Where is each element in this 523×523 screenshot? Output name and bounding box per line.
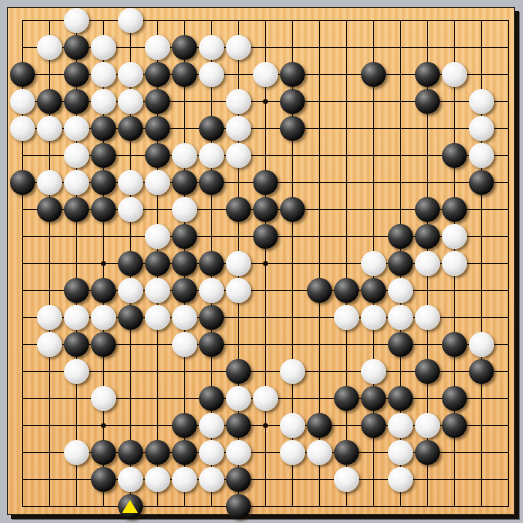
black-stone bbox=[361, 386, 386, 411]
black-stone bbox=[118, 440, 143, 465]
black-stone bbox=[91, 116, 116, 141]
black-stone bbox=[172, 224, 197, 249]
black-stone bbox=[280, 197, 305, 222]
grid-line bbox=[346, 20, 347, 507]
white-stone bbox=[64, 170, 89, 195]
white-stone bbox=[145, 278, 170, 303]
white-stone bbox=[64, 359, 89, 384]
white-stone bbox=[388, 305, 413, 330]
white-stone bbox=[226, 386, 251, 411]
white-stone bbox=[415, 413, 440, 438]
black-stone bbox=[388, 332, 413, 357]
white-stone bbox=[442, 251, 467, 276]
star-point bbox=[263, 261, 268, 266]
white-stone bbox=[172, 305, 197, 330]
black-stone bbox=[388, 251, 413, 276]
white-stone bbox=[469, 116, 494, 141]
star-point bbox=[263, 99, 268, 104]
black-stone bbox=[37, 89, 62, 114]
star-point bbox=[101, 261, 106, 266]
white-stone bbox=[307, 440, 332, 465]
white-stone bbox=[118, 89, 143, 114]
white-stone bbox=[280, 359, 305, 384]
white-stone bbox=[388, 413, 413, 438]
black-stone bbox=[172, 278, 197, 303]
black-stone bbox=[64, 35, 89, 60]
black-stone bbox=[91, 278, 116, 303]
white-stone bbox=[334, 305, 359, 330]
white-stone bbox=[388, 440, 413, 465]
black-stone bbox=[64, 278, 89, 303]
black-stone bbox=[415, 440, 440, 465]
white-stone bbox=[118, 62, 143, 87]
white-stone bbox=[469, 332, 494, 357]
black-stone bbox=[361, 413, 386, 438]
black-stone bbox=[334, 278, 359, 303]
black-stone bbox=[415, 62, 440, 87]
black-stone bbox=[469, 170, 494, 195]
white-stone bbox=[37, 305, 62, 330]
white-stone bbox=[442, 224, 467, 249]
white-stone bbox=[199, 143, 224, 168]
white-stone bbox=[145, 35, 170, 60]
black-stone bbox=[226, 413, 251, 438]
white-stone bbox=[226, 89, 251, 114]
black-stone bbox=[91, 440, 116, 465]
white-stone bbox=[199, 278, 224, 303]
black-stone bbox=[226, 467, 251, 492]
white-stone bbox=[199, 413, 224, 438]
star-point bbox=[101, 423, 106, 428]
black-stone bbox=[172, 413, 197, 438]
white-stone bbox=[469, 143, 494, 168]
black-stone bbox=[199, 386, 224, 411]
black-stone bbox=[334, 386, 359, 411]
black-stone bbox=[415, 224, 440, 249]
white-stone bbox=[226, 278, 251, 303]
black-stone bbox=[91, 467, 116, 492]
white-stone bbox=[91, 89, 116, 114]
black-stone bbox=[442, 332, 467, 357]
black-stone bbox=[415, 197, 440, 222]
white-stone bbox=[199, 467, 224, 492]
go-board[interactable] bbox=[7, 7, 515, 515]
black-stone bbox=[469, 359, 494, 384]
white-stone bbox=[199, 35, 224, 60]
white-stone bbox=[253, 62, 278, 87]
black-stone bbox=[388, 386, 413, 411]
white-stone bbox=[442, 62, 467, 87]
black-stone bbox=[172, 62, 197, 87]
black-stone bbox=[199, 251, 224, 276]
black-stone bbox=[199, 170, 224, 195]
white-stone bbox=[226, 116, 251, 141]
white-stone bbox=[64, 305, 89, 330]
white-stone bbox=[118, 8, 143, 33]
white-stone bbox=[361, 359, 386, 384]
black-stone bbox=[415, 359, 440, 384]
black-stone bbox=[10, 170, 35, 195]
grid-line bbox=[508, 20, 509, 507]
black-stone bbox=[361, 278, 386, 303]
white-stone bbox=[145, 224, 170, 249]
white-stone bbox=[172, 332, 197, 357]
black-stone bbox=[172, 440, 197, 465]
black-stone bbox=[361, 62, 386, 87]
white-stone bbox=[145, 467, 170, 492]
black-stone bbox=[199, 116, 224, 141]
grid-line bbox=[22, 506, 509, 507]
white-stone bbox=[118, 170, 143, 195]
white-stone bbox=[199, 62, 224, 87]
star-point bbox=[263, 423, 268, 428]
black-stone bbox=[307, 413, 332, 438]
black-stone bbox=[199, 332, 224, 357]
white-stone bbox=[91, 35, 116, 60]
white-stone bbox=[91, 305, 116, 330]
black-stone bbox=[145, 116, 170, 141]
black-stone bbox=[64, 62, 89, 87]
white-stone bbox=[118, 278, 143, 303]
black-stone bbox=[145, 89, 170, 114]
black-stone bbox=[91, 170, 116, 195]
white-stone bbox=[64, 116, 89, 141]
white-stone bbox=[118, 467, 143, 492]
black-stone bbox=[253, 197, 278, 222]
white-stone bbox=[388, 467, 413, 492]
white-stone bbox=[469, 89, 494, 114]
white-stone bbox=[172, 197, 197, 222]
white-stone bbox=[10, 89, 35, 114]
black-stone bbox=[334, 440, 359, 465]
white-stone bbox=[361, 305, 386, 330]
black-stone bbox=[64, 332, 89, 357]
black-stone bbox=[415, 89, 440, 114]
white-stone bbox=[64, 143, 89, 168]
screenshot-root: { "game": "go", "board_size": 19, "posit… bbox=[0, 0, 523, 523]
black-stone bbox=[199, 305, 224, 330]
black-stone bbox=[91, 143, 116, 168]
white-stone bbox=[226, 251, 251, 276]
white-stone bbox=[334, 467, 359, 492]
black-stone bbox=[226, 359, 251, 384]
black-stone bbox=[118, 116, 143, 141]
black-stone bbox=[10, 62, 35, 87]
black-stone bbox=[145, 251, 170, 276]
white-stone bbox=[64, 440, 89, 465]
white-stone bbox=[226, 143, 251, 168]
white-stone bbox=[172, 467, 197, 492]
white-stone bbox=[118, 197, 143, 222]
white-stone bbox=[415, 251, 440, 276]
black-stone bbox=[64, 89, 89, 114]
white-stone bbox=[91, 386, 116, 411]
white-stone bbox=[253, 386, 278, 411]
white-stone bbox=[226, 35, 251, 60]
white-stone bbox=[280, 440, 305, 465]
black-stone bbox=[91, 332, 116, 357]
white-stone bbox=[37, 170, 62, 195]
black-stone bbox=[307, 278, 332, 303]
black-stone bbox=[442, 143, 467, 168]
black-stone bbox=[145, 440, 170, 465]
black-stone bbox=[118, 251, 143, 276]
black-stone bbox=[172, 35, 197, 60]
black-stone bbox=[280, 62, 305, 87]
black-stone bbox=[280, 116, 305, 141]
white-stone bbox=[172, 143, 197, 168]
black-stone bbox=[226, 197, 251, 222]
black-stone bbox=[91, 197, 116, 222]
white-stone bbox=[37, 116, 62, 141]
black-stone bbox=[145, 62, 170, 87]
black-stone bbox=[226, 494, 251, 519]
black-stone bbox=[64, 197, 89, 222]
black-stone bbox=[388, 224, 413, 249]
white-stone bbox=[37, 35, 62, 60]
black-stone bbox=[253, 224, 278, 249]
white-stone bbox=[64, 8, 89, 33]
white-stone bbox=[145, 305, 170, 330]
white-stone bbox=[361, 251, 386, 276]
black-stone bbox=[253, 170, 278, 195]
black-stone bbox=[172, 170, 197, 195]
white-stone bbox=[226, 440, 251, 465]
black-stone bbox=[172, 251, 197, 276]
black-stone bbox=[280, 89, 305, 114]
last-move-triangle-marker bbox=[122, 500, 138, 513]
black-stone bbox=[145, 143, 170, 168]
white-stone bbox=[415, 305, 440, 330]
black-stone bbox=[442, 197, 467, 222]
white-stone bbox=[37, 332, 62, 357]
black-stone bbox=[37, 197, 62, 222]
white-stone bbox=[280, 413, 305, 438]
black-stone bbox=[118, 305, 143, 330]
white-stone bbox=[145, 170, 170, 195]
black-stone bbox=[442, 386, 467, 411]
black-stone bbox=[442, 413, 467, 438]
white-stone bbox=[10, 116, 35, 141]
white-stone bbox=[388, 278, 413, 303]
white-stone bbox=[199, 440, 224, 465]
white-stone bbox=[91, 62, 116, 87]
